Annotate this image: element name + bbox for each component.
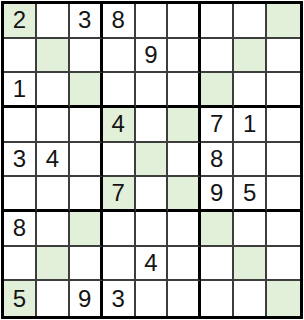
cell-r5c7[interactable]: 8 <box>201 143 234 178</box>
cell-r1c1[interactable]: 2 <box>4 4 37 39</box>
cell-r3c4[interactable] <box>103 73 136 108</box>
cell-r7c8[interactable] <box>234 212 267 247</box>
page: 2389147134879584593 <box>0 0 304 320</box>
cell-r9c8[interactable] <box>234 281 267 316</box>
cell-r8c9[interactable] <box>267 247 300 282</box>
cell-r6c4[interactable]: 7 <box>103 177 136 212</box>
cell-r4c1[interactable] <box>4 108 37 143</box>
cell-r1c7[interactable] <box>201 4 234 39</box>
cell-r1c3[interactable]: 3 <box>70 4 103 39</box>
cell-r6c1[interactable] <box>4 177 37 212</box>
cell-r9c7[interactable] <box>201 281 234 316</box>
cell-r8c6[interactable] <box>168 247 201 282</box>
cell-r9c1[interactable]: 5 <box>4 281 37 316</box>
cell-r1c2[interactable] <box>37 4 70 39</box>
cell-r8c2[interactable] <box>37 247 70 282</box>
cell-r3c3[interactable] <box>70 73 103 108</box>
cell-r8c7[interactable] <box>201 247 234 282</box>
cell-r8c3[interactable] <box>70 247 103 282</box>
cell-r4c3[interactable] <box>70 108 103 143</box>
cell-r8c4[interactable] <box>103 247 136 282</box>
cell-r9c4[interactable]: 3 <box>103 281 136 316</box>
cell-r1c5[interactable] <box>136 4 169 39</box>
cell-r2c6[interactable] <box>168 39 201 74</box>
cell-r2c9[interactable] <box>267 39 300 74</box>
cell-r3c9[interactable] <box>267 73 300 108</box>
cell-r4c5[interactable] <box>136 108 169 143</box>
cell-r6c6[interactable] <box>168 177 201 212</box>
cell-r2c1[interactable] <box>4 39 37 74</box>
cell-r5c5[interactable] <box>136 143 169 178</box>
cell-r7c4[interactable] <box>103 212 136 247</box>
cell-r9c9[interactable] <box>267 281 300 316</box>
cell-r9c5[interactable] <box>136 281 169 316</box>
cell-r8c1[interactable] <box>4 247 37 282</box>
cell-r1c6[interactable] <box>168 4 201 39</box>
cell-r3c6[interactable] <box>168 73 201 108</box>
cell-r4c6[interactable] <box>168 108 201 143</box>
cell-r2c4[interactable] <box>103 39 136 74</box>
cell-r2c2[interactable] <box>37 39 70 74</box>
cell-r5c6[interactable] <box>168 143 201 178</box>
cell-r5c1[interactable]: 3 <box>4 143 37 178</box>
cell-r3c8[interactable] <box>234 73 267 108</box>
cell-r7c5[interactable] <box>136 212 169 247</box>
cell-r9c2[interactable] <box>37 281 70 316</box>
cell-r2c3[interactable] <box>70 39 103 74</box>
cell-r9c6[interactable] <box>168 281 201 316</box>
cell-r2c8[interactable] <box>234 39 267 74</box>
cell-r6c2[interactable] <box>37 177 70 212</box>
cell-r1c9[interactable] <box>267 4 300 39</box>
cell-r5c2[interactable]: 4 <box>37 143 70 178</box>
cell-r3c7[interactable] <box>201 73 234 108</box>
sudoku-board: 2389147134879584593 <box>1 1 303 319</box>
cell-r7c2[interactable] <box>37 212 70 247</box>
cell-r8c8[interactable] <box>234 247 267 282</box>
cell-r1c4[interactable]: 8 <box>103 4 136 39</box>
cell-r2c5[interactable]: 9 <box>136 39 169 74</box>
cell-r9c3[interactable]: 9 <box>70 281 103 316</box>
cell-r7c1[interactable]: 8 <box>4 212 37 247</box>
cell-r6c7[interactable]: 9 <box>201 177 234 212</box>
cell-r7c3[interactable] <box>70 212 103 247</box>
cell-r7c7[interactable] <box>201 212 234 247</box>
cell-r8c5[interactable]: 4 <box>136 247 169 282</box>
cell-r7c6[interactable] <box>168 212 201 247</box>
cell-r3c1[interactable]: 1 <box>4 73 37 108</box>
cell-r5c9[interactable] <box>267 143 300 178</box>
cell-r4c2[interactable] <box>37 108 70 143</box>
cell-r3c5[interactable] <box>136 73 169 108</box>
cell-r1c8[interactable] <box>234 4 267 39</box>
cell-r4c4[interactable]: 4 <box>103 108 136 143</box>
cell-r6c5[interactable] <box>136 177 169 212</box>
cell-r4c7[interactable]: 7 <box>201 108 234 143</box>
cell-r6c3[interactable] <box>70 177 103 212</box>
cell-r5c4[interactable] <box>103 143 136 178</box>
cell-r7c9[interactable] <box>267 212 300 247</box>
cell-r4c9[interactable] <box>267 108 300 143</box>
cell-r5c8[interactable] <box>234 143 267 178</box>
cell-r2c7[interactable] <box>201 39 234 74</box>
cell-r3c2[interactable] <box>37 73 70 108</box>
cell-r6c8[interactable]: 5 <box>234 177 267 212</box>
cell-r4c8[interactable]: 1 <box>234 108 267 143</box>
cell-r6c9[interactable] <box>267 177 300 212</box>
cell-r5c3[interactable] <box>70 143 103 178</box>
